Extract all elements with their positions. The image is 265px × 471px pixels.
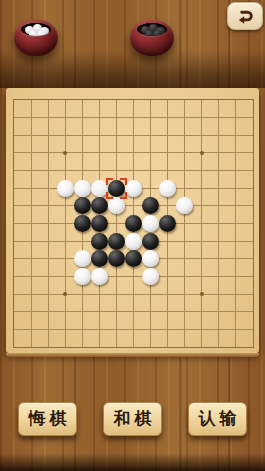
grid-line: [201, 100, 202, 347]
stone-black: [159, 215, 176, 232]
grid-line: [218, 100, 219, 347]
grid-line: [14, 276, 253, 277]
bowl-stone: [153, 30, 162, 36]
stone-white: [74, 268, 91, 285]
stone-white: [125, 233, 142, 250]
stone-black: [91, 197, 108, 214]
stone-black: [108, 250, 125, 267]
stone-white: [108, 197, 125, 214]
stone-black: [91, 250, 108, 267]
board-edge: [6, 353, 259, 357]
stone-white: [57, 180, 74, 197]
grid-line: [14, 294, 253, 295]
undo-button[interactable]: 悔棋: [18, 402, 77, 436]
stone-white: [142, 268, 159, 285]
star-point: [63, 292, 67, 296]
draw-button[interactable]: 和棋: [103, 402, 162, 436]
stone-white: [159, 180, 176, 197]
stone-black: [74, 215, 91, 232]
stone-white: [142, 250, 159, 267]
stone-black: [74, 197, 91, 214]
stone-white: [74, 250, 91, 267]
grid-line: [14, 329, 253, 330]
grid-line: [235, 100, 236, 347]
stone-black: [108, 233, 125, 250]
star-point: [200, 151, 204, 155]
grid-line: [184, 100, 185, 347]
action-button-bar: 悔棋 和棋 认输: [0, 402, 265, 436]
star-point: [63, 151, 67, 155]
bottom-shadow: [0, 453, 265, 471]
last-move-marker: [106, 178, 127, 199]
stone-white: [74, 180, 91, 197]
stone-black: [142, 197, 159, 214]
stone-black: [142, 233, 159, 250]
stone-white: [142, 215, 159, 232]
black-bowl-opening: [137, 23, 167, 36]
stone-black: [91, 233, 108, 250]
stone-white: [125, 180, 142, 197]
goban-grid[interactable]: [13, 99, 254, 348]
resign-button[interactable]: 认输: [188, 402, 247, 436]
white-stones-bowl: [14, 20, 58, 56]
stone-white: [91, 268, 108, 285]
game-screen: 悔棋 和棋 认输: [0, 0, 265, 471]
star-point: [200, 292, 204, 296]
stone-black: [125, 250, 142, 267]
black-stones-bowl: [130, 20, 174, 56]
stone-black: [125, 215, 142, 232]
return-button[interactable]: [227, 2, 263, 30]
grid-line: [14, 311, 253, 312]
return-arrow-icon: [233, 6, 257, 26]
white-bowl-opening: [21, 23, 51, 36]
stone-black: [91, 215, 108, 232]
bowl-stone: [37, 30, 46, 36]
goban-board[interactable]: [6, 88, 259, 353]
stone-white: [176, 197, 193, 214]
